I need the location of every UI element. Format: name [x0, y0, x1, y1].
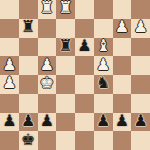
piece-black-pawn[interactable]: ♟	[21, 113, 35, 129]
square-f1[interactable]	[94, 131, 113, 150]
square-b3[interactable]	[19, 94, 38, 113]
square-g3[interactable]	[113, 94, 132, 113]
square-g2[interactable]: ♟	[113, 113, 132, 132]
square-h5[interactable]	[131, 56, 150, 75]
square-a4[interactable]: ♟	[0, 75, 19, 94]
square-d8[interactable]: ♜	[56, 0, 75, 19]
square-d3[interactable]	[56, 94, 75, 113]
square-h7[interactable]: ♟	[131, 19, 150, 38]
square-a7[interactable]	[0, 19, 19, 38]
piece-white-bishop[interactable]: ♝	[96, 38, 110, 54]
square-g7[interactable]: ♟	[113, 19, 132, 38]
square-e6[interactable]: ♟	[75, 38, 94, 57]
square-b7[interactable]: ♜	[19, 19, 38, 38]
square-h4[interactable]	[131, 75, 150, 94]
piece-black-pawn[interactable]: ♟	[115, 113, 129, 129]
square-e8[interactable]	[75, 0, 94, 19]
square-c7[interactable]	[38, 19, 57, 38]
square-e4[interactable]	[75, 75, 94, 94]
square-c6[interactable]	[38, 38, 57, 57]
square-g4[interactable]	[113, 75, 132, 94]
square-e7[interactable]	[75, 19, 94, 38]
piece-white-king[interactable]: ♚	[40, 75, 54, 91]
piece-black-pawn[interactable]: ♟	[96, 113, 110, 129]
piece-white-pawn[interactable]: ♟	[2, 57, 16, 73]
square-a6[interactable]	[0, 38, 19, 57]
square-c8[interactable]: ♜	[38, 0, 57, 19]
piece-black-pawn[interactable]: ♟	[2, 113, 16, 129]
square-g8[interactable]	[113, 0, 132, 19]
piece-black-king[interactable]: ♚	[21, 132, 35, 148]
square-f3[interactable]	[94, 94, 113, 113]
piece-white-rook[interactable]: ♜	[40, 0, 54, 16]
piece-black-rook[interactable]: ♜	[58, 38, 72, 54]
square-a3[interactable]	[0, 94, 19, 113]
square-e2[interactable]	[75, 113, 94, 132]
square-h2[interactable]: ♟	[131, 113, 150, 132]
square-d4[interactable]	[56, 75, 75, 94]
square-c1[interactable]	[38, 131, 57, 150]
square-f7[interactable]	[94, 19, 113, 38]
piece-black-rook[interactable]: ♜	[21, 19, 35, 35]
square-c4[interactable]: ♚	[38, 75, 57, 94]
square-b5[interactable]	[19, 56, 38, 75]
square-g5[interactable]	[113, 56, 132, 75]
square-f8[interactable]	[94, 0, 113, 19]
square-d7[interactable]	[56, 19, 75, 38]
piece-white-rook[interactable]: ♜	[58, 0, 72, 16]
square-f2[interactable]: ♟	[94, 113, 113, 132]
square-f6[interactable]: ♝	[94, 38, 113, 57]
square-h6[interactable]	[131, 38, 150, 57]
square-d6[interactable]: ♜	[56, 38, 75, 57]
square-h1[interactable]	[131, 131, 150, 150]
square-a5[interactable]: ♟	[0, 56, 19, 75]
square-a8[interactable]	[0, 0, 19, 19]
square-g1[interactable]	[113, 131, 132, 150]
piece-white-pawn[interactable]: ♟	[96, 57, 110, 73]
square-h3[interactable]	[131, 94, 150, 113]
square-d1[interactable]	[56, 131, 75, 150]
square-g6[interactable]	[113, 38, 132, 57]
square-b2[interactable]: ♟	[19, 113, 38, 132]
square-h8[interactable]	[131, 0, 150, 19]
square-a1[interactable]	[0, 131, 19, 150]
piece-black-pawn[interactable]: ♟	[77, 38, 91, 54]
piece-white-pawn[interactable]: ♟	[133, 19, 147, 35]
piece-black-pawn[interactable]: ♟	[133, 113, 147, 129]
square-d5[interactable]	[56, 56, 75, 75]
piece-white-pawn[interactable]: ♟	[40, 57, 54, 73]
square-f5[interactable]: ♟	[94, 56, 113, 75]
square-c5[interactable]: ♟	[38, 56, 57, 75]
square-e3[interactable]	[75, 94, 94, 113]
square-b4[interactable]	[19, 75, 38, 94]
square-e5[interactable]	[75, 56, 94, 75]
piece-black-pawn[interactable]: ♟	[40, 113, 54, 129]
square-c2[interactable]: ♟	[38, 113, 57, 132]
piece-white-pawn[interactable]: ♟	[115, 19, 129, 35]
chess-board: ♜♜♜♟♟♜♟♝♟♟♟♟♚♞♟♟♟♟♟♟♚	[0, 0, 150, 150]
piece-black-knight[interactable]: ♞	[96, 75, 110, 91]
square-c3[interactable]	[38, 94, 57, 113]
square-a2[interactable]: ♟	[0, 113, 19, 132]
square-d2[interactable]	[56, 113, 75, 132]
square-f4[interactable]: ♞	[94, 75, 113, 94]
square-e1[interactable]	[75, 131, 94, 150]
square-b1[interactable]: ♚	[19, 131, 38, 150]
square-b8[interactable]	[19, 0, 38, 19]
piece-white-pawn[interactable]: ♟	[2, 75, 16, 91]
square-b6[interactable]	[19, 38, 38, 57]
